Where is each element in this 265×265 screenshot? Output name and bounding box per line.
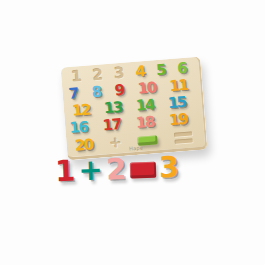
slot-1: 1: [71, 68, 82, 86]
loose-piece-plus: +: [78, 153, 103, 188]
puzzle-board: 1 2 3 4 5 6 7 8 9 10 11 12 13 14 15 16 1…: [61, 57, 208, 161]
loose-piece-3: 3: [158, 150, 179, 185]
piece-11: 11: [169, 77, 188, 95]
loose-piece-1: 1: [54, 153, 75, 188]
slot-equals-bar-bottom: [175, 139, 193, 144]
slot-equals: [174, 132, 193, 144]
loose-piece-equals-block: [129, 162, 156, 179]
piece-12: 12: [71, 101, 90, 119]
piece-9: 9: [114, 82, 124, 100]
piece-19: 19: [169, 111, 188, 129]
piece-17: 17: [102, 116, 121, 134]
product-photo: 1 2 3 4 5 6 7 8 9 10 11 12 13 14 15 16 1…: [0, 0, 265, 265]
piece-8: 8: [91, 84, 101, 102]
equation-pieces: 1 + 2 3: [54, 148, 179, 190]
loose-piece-2: 2: [105, 152, 126, 187]
piece-18: 18: [135, 114, 154, 132]
slot-2: 2: [92, 66, 103, 84]
piece-5: 5: [156, 61, 166, 79]
piece-16: 16: [69, 119, 88, 137]
slot-equals-bar-top: [174, 132, 192, 137]
piece-13: 13: [103, 99, 122, 117]
piece-10: 10: [137, 79, 156, 97]
